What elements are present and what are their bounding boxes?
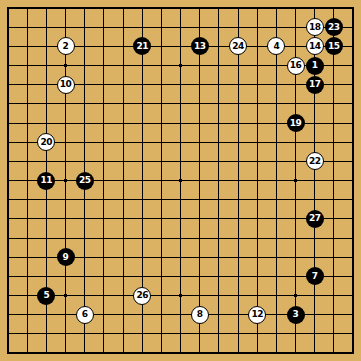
star-point [64,294,67,297]
stone-black-25: 25 [76,172,94,190]
star-point [179,64,182,67]
stone-black-7: 7 [306,267,324,285]
stone-black-13: 13 [191,37,209,55]
star-point [294,179,297,182]
stone-white-6: 6 [76,306,94,324]
stone-black-27: 27 [306,210,324,228]
stone-white-14: 14 [306,37,324,55]
stone-white-8: 8 [191,306,209,324]
stone-black-17: 17 [306,76,324,94]
stone-white-2: 2 [57,37,75,55]
stone-black-19: 19 [287,114,305,132]
stone-white-16: 16 [287,57,305,75]
stone-black-11: 11 [37,172,55,190]
star-point [64,64,67,67]
stone-white-12: 12 [248,306,266,324]
stone-black-5: 5 [37,287,55,305]
stone-black-23: 23 [325,18,343,36]
star-point [179,294,182,297]
stone-black-9: 9 [57,248,75,266]
go-board: 1234567891011121314151617181920212223242… [0,0,361,361]
stone-black-3: 3 [287,306,305,324]
stone-white-18: 18 [306,18,324,36]
stone-black-1: 1 [306,57,324,75]
stone-white-10: 10 [57,76,75,94]
star-point [294,294,297,297]
star-point [64,179,67,182]
stone-white-26: 26 [133,287,151,305]
stone-white-22: 22 [306,152,324,170]
star-point [179,179,182,182]
